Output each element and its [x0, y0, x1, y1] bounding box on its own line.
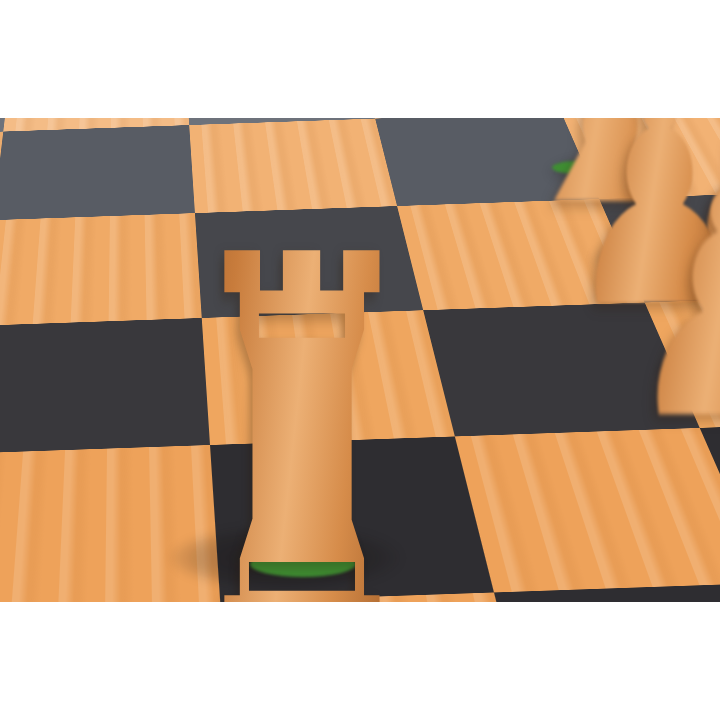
white-crop-band-bottom [0, 602, 720, 720]
chess-piece-pawn-edge: ♟ [609, 152, 720, 462]
chess-photo-scene: ♝♟♟♟♜ [0, 0, 720, 720]
white-crop-band-top [0, 0, 720, 118]
